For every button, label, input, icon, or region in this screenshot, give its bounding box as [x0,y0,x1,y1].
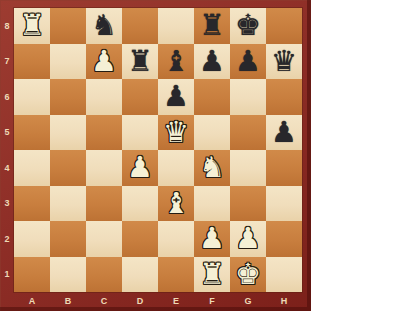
square-d2[interactable] [122,221,158,257]
square-h7[interactable]: ♛ [266,44,302,80]
chess-board: 87654321 ♜♞♜♚♟♜♝♟♟♛♟♛♟♟♞♝♟♟♜♚ ABCDEFGH [0,0,311,311]
square-b3[interactable] [50,186,86,222]
piece-white-pawn: ♟ [194,221,230,257]
square-c5[interactable] [86,115,122,151]
piece-white-pawn: ♟ [86,44,122,80]
square-f2[interactable]: ♟ [194,221,230,257]
piece-black-bishop: ♝ [158,44,194,80]
piece-black-pawn: ♟ [266,115,302,151]
square-c6[interactable] [86,79,122,115]
file-label-a: A [14,292,50,309]
square-f5[interactable] [194,115,230,151]
square-f1[interactable]: ♜ [194,257,230,293]
piece-white-queen: ♛ [158,115,194,151]
square-d6[interactable] [122,79,158,115]
rank-labels: 87654321 [0,8,14,292]
rank-label-5: 5 [0,115,14,151]
square-h6[interactable] [266,79,302,115]
square-g8[interactable]: ♚ [230,8,266,44]
piece-black-pawn: ♟ [194,44,230,80]
square-e8[interactable] [158,8,194,44]
rank-label-1: 1 [0,257,14,293]
square-a5[interactable] [14,115,50,151]
piece-black-knight: ♞ [86,8,122,44]
square-e4[interactable] [158,150,194,186]
square-a2[interactable] [14,221,50,257]
square-a6[interactable] [14,79,50,115]
piece-white-pawn: ♟ [122,150,158,186]
square-h3[interactable] [266,186,302,222]
square-c7[interactable]: ♟ [86,44,122,80]
square-a3[interactable] [14,186,50,222]
square-f7[interactable]: ♟ [194,44,230,80]
square-e7[interactable]: ♝ [158,44,194,80]
piece-white-king: ♚ [230,257,266,293]
square-f8[interactable]: ♜ [194,8,230,44]
square-c8[interactable]: ♞ [86,8,122,44]
piece-white-rook: ♜ [194,257,230,293]
square-f3[interactable] [194,186,230,222]
rank-label-2: 2 [0,221,14,257]
square-g3[interactable] [230,186,266,222]
square-h1[interactable] [266,257,302,293]
piece-black-queen: ♛ [266,44,302,80]
square-b6[interactable] [50,79,86,115]
square-c3[interactable] [86,186,122,222]
square-d5[interactable] [122,115,158,151]
square-f4[interactable]: ♞ [194,150,230,186]
piece-white-rook: ♜ [14,8,50,44]
file-label-f: F [194,292,230,309]
square-a8[interactable]: ♜ [14,8,50,44]
square-a1[interactable] [14,257,50,293]
square-g1[interactable]: ♚ [230,257,266,293]
square-c2[interactable] [86,221,122,257]
square-d4[interactable]: ♟ [122,150,158,186]
rank-label-6: 6 [0,79,14,115]
square-h2[interactable] [266,221,302,257]
file-label-d: D [122,292,158,309]
square-h8[interactable] [266,8,302,44]
square-b4[interactable] [50,150,86,186]
square-d3[interactable] [122,186,158,222]
file-label-h: H [266,292,302,309]
square-b1[interactable] [50,257,86,293]
square-b2[interactable] [50,221,86,257]
rank-label-7: 7 [0,44,14,80]
file-label-b: B [50,292,86,309]
piece-white-pawn: ♟ [230,221,266,257]
rank-label-3: 3 [0,186,14,222]
piece-white-knight: ♞ [194,150,230,186]
square-g6[interactable] [230,79,266,115]
square-g2[interactable]: ♟ [230,221,266,257]
rank-label-8: 8 [0,8,14,44]
piece-white-bishop: ♝ [158,186,194,222]
square-f6[interactable] [194,79,230,115]
page: 87654321 ♜♞♜♚♟♜♝♟♟♛♟♛♟♟♞♝♟♟♜♚ ABCDEFGH [0,0,414,311]
file-label-c: C [86,292,122,309]
square-b7[interactable] [50,44,86,80]
square-b8[interactable] [50,8,86,44]
piece-black-pawn: ♟ [158,79,194,115]
file-label-e: E [158,292,194,309]
square-c1[interactable] [86,257,122,293]
square-a7[interactable] [14,44,50,80]
square-b5[interactable] [50,115,86,151]
square-e2[interactable] [158,221,194,257]
square-c4[interactable] [86,150,122,186]
square-e3[interactable]: ♝ [158,186,194,222]
piece-black-rook: ♜ [122,44,158,80]
square-e6[interactable]: ♟ [158,79,194,115]
square-g5[interactable] [230,115,266,151]
piece-black-rook: ♜ [194,8,230,44]
piece-black-king: ♚ [230,8,266,44]
square-d7[interactable]: ♜ [122,44,158,80]
square-g4[interactable] [230,150,266,186]
file-label-g: G [230,292,266,309]
file-labels: ABCDEFGH [14,292,302,309]
square-a4[interactable] [14,150,50,186]
piece-black-pawn: ♟ [230,44,266,80]
square-e1[interactable] [158,257,194,293]
square-d8[interactable] [122,8,158,44]
rank-label-4: 4 [0,150,14,186]
square-g7[interactable]: ♟ [230,44,266,80]
square-h5[interactable]: ♟ [266,115,302,151]
square-e5[interactable]: ♛ [158,115,194,151]
board-grid: ♜♞♜♚♟♜♝♟♟♛♟♛♟♟♞♝♟♟♜♚ [14,8,302,292]
square-d1[interactable] [122,257,158,293]
square-h4[interactable] [266,150,302,186]
